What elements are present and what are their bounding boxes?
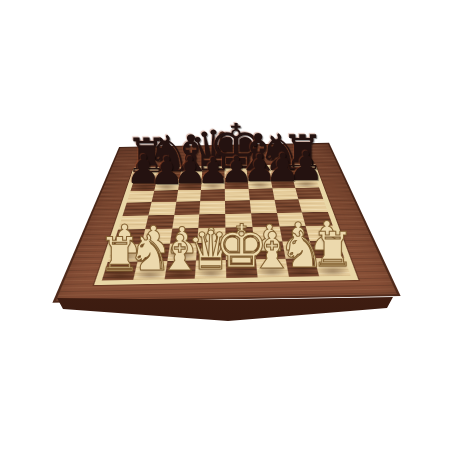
piece-black-pawn[interactable]: ♟ <box>265 149 300 188</box>
piece-white-king[interactable]: ♚ <box>215 217 268 277</box>
piece-black-pawn[interactable]: ♟ <box>220 152 252 188</box>
piece-white-knight[interactable]: ♞ <box>280 225 325 275</box>
square-a5[interactable] <box>123 202 152 215</box>
piece-white-knight[interactable]: ♞ <box>128 229 172 278</box>
square-g5[interactable] <box>274 199 302 212</box>
square-f5[interactable] <box>250 200 277 213</box>
square-h5[interactable] <box>299 199 328 212</box>
board-perspective-wrap <box>92 55 359 350</box>
product-photo: ♜♞♝♛♚♝♞♜♟♟♟♟♟♟♟♟♟♟♟♟♟♟♟♟♜♞♝♛♚♝♞♜ <box>0 0 452 452</box>
piece-black-pawn[interactable]: ♟ <box>173 152 206 189</box>
square-b5[interactable] <box>148 202 176 215</box>
square-c5[interactable] <box>174 201 201 214</box>
